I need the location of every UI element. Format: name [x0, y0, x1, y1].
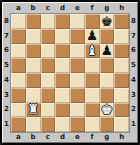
square-f8[interactable] — [85, 14, 100, 29]
file-label: g — [100, 3, 115, 13]
square-b7[interactable] — [26, 29, 41, 44]
piece-black-pawn[interactable]: ♟ — [86, 29, 98, 43]
rank-label: 2 — [3, 103, 10, 118]
square-f7[interactable]: ♟ — [85, 29, 100, 44]
rank-label: 5 — [130, 58, 137, 73]
square-g1[interactable] — [100, 117, 115, 132]
square-d5[interactable] — [55, 58, 70, 73]
square-c3[interactable] — [41, 88, 56, 103]
rank-label: 5 — [3, 58, 10, 73]
rank-label: 6 — [130, 44, 137, 59]
rank-labels-right: 87654321 — [130, 13, 137, 133]
square-d1[interactable] — [55, 117, 70, 132]
rank-label: 4 — [3, 73, 10, 88]
piece-white-bishop[interactable]: ♝ — [86, 44, 98, 58]
square-c5[interactable] — [41, 58, 56, 73]
file-label: c — [41, 3, 56, 13]
square-d4[interactable] — [55, 73, 70, 88]
file-label: g — [100, 133, 115, 142]
square-a6[interactable] — [11, 44, 26, 59]
square-e1[interactable] — [70, 117, 85, 132]
square-b4[interactable] — [26, 73, 41, 88]
square-e6[interactable] — [70, 44, 85, 59]
file-label: a — [11, 3, 26, 13]
square-b2[interactable]: ♜ — [26, 103, 41, 118]
file-labels-top: abcdefgh — [10, 3, 130, 13]
file-label: h — [114, 3, 129, 13]
square-g2[interactable]: ♚ — [100, 103, 115, 118]
square-e5[interactable] — [70, 58, 85, 73]
chessboard-window: abcdefgh 87654321 ♚♟♝♟♜♚ 87654321 abcdef… — [0, 0, 140, 145]
square-c8[interactable] — [41, 14, 56, 29]
rank-label: 2 — [130, 103, 137, 118]
square-g3[interactable] — [100, 88, 115, 103]
rank-label: 6 — [3, 44, 10, 59]
piece-white-king[interactable]: ♚ — [101, 103, 113, 117]
square-h6[interactable] — [114, 44, 129, 59]
rank-label: 3 — [130, 88, 137, 103]
square-g7[interactable] — [100, 29, 115, 44]
file-labels-bottom: abcdefgh — [10, 133, 130, 142]
square-b3[interactable] — [26, 88, 41, 103]
file-label: e — [70, 3, 85, 13]
square-d6[interactable] — [55, 44, 70, 59]
rank-labels-left: 87654321 — [3, 13, 10, 133]
square-e7[interactable] — [70, 29, 85, 44]
rank-label: 1 — [3, 117, 10, 132]
square-a4[interactable] — [11, 73, 26, 88]
rank-label: 7 — [3, 29, 10, 44]
square-e4[interactable] — [70, 73, 85, 88]
square-g8[interactable]: ♚ — [100, 14, 115, 29]
file-label: b — [26, 133, 41, 142]
square-a2[interactable] — [11, 103, 26, 118]
square-e8[interactable] — [70, 14, 85, 29]
rank-label: 7 — [130, 29, 137, 44]
square-h7[interactable] — [114, 29, 129, 44]
square-c1[interactable] — [41, 117, 56, 132]
square-d8[interactable] — [55, 14, 70, 29]
square-b6[interactable] — [26, 44, 41, 59]
square-d7[interactable] — [55, 29, 70, 44]
square-h1[interactable] — [114, 117, 129, 132]
rank-label: 1 — [130, 117, 137, 132]
board-frame: abcdefgh 87654321 ♚♟♝♟♜♚ 87654321 abcdef… — [2, 2, 138, 143]
rank-label: 4 — [130, 73, 137, 88]
square-a1[interactable] — [11, 117, 26, 132]
board: ♚♟♝♟♜♚ — [11, 14, 129, 132]
board-border: ♚♟♝♟♜♚ — [10, 13, 130, 133]
file-label: e — [70, 133, 85, 142]
file-label: d — [55, 3, 70, 13]
square-a8[interactable] — [11, 14, 26, 29]
piece-white-rook[interactable]: ♜ — [27, 103, 39, 117]
square-h4[interactable] — [114, 73, 129, 88]
file-label: b — [26, 3, 41, 13]
square-b5[interactable] — [26, 58, 41, 73]
file-label: f — [85, 3, 100, 13]
rank-label: 8 — [3, 14, 10, 29]
square-c7[interactable] — [41, 29, 56, 44]
file-label: a — [11, 133, 26, 142]
square-g4[interactable] — [100, 73, 115, 88]
square-f2[interactable] — [85, 103, 100, 118]
square-c4[interactable] — [41, 73, 56, 88]
square-f3[interactable] — [85, 88, 100, 103]
square-h5[interactable] — [114, 58, 129, 73]
piece-black-king[interactable]: ♚ — [101, 14, 113, 28]
square-f4[interactable] — [85, 73, 100, 88]
rank-label: 8 — [130, 14, 137, 29]
square-f6[interactable]: ♝ — [85, 44, 100, 59]
square-g6[interactable]: ♟ — [100, 44, 115, 59]
square-a7[interactable] — [11, 29, 26, 44]
file-label: d — [55, 133, 70, 142]
square-e2[interactable] — [70, 103, 85, 118]
square-h2[interactable] — [114, 103, 129, 118]
square-d3[interactable] — [55, 88, 70, 103]
square-h3[interactable] — [114, 88, 129, 103]
square-f5[interactable] — [85, 58, 100, 73]
square-d2[interactable] — [55, 103, 70, 118]
file-label: h — [114, 133, 129, 142]
file-label: f — [85, 133, 100, 142]
square-a5[interactable] — [11, 58, 26, 73]
square-e3[interactable] — [70, 88, 85, 103]
square-h8[interactable] — [114, 14, 129, 29]
square-a3[interactable] — [11, 88, 26, 103]
piece-black-pawn[interactable]: ♟ — [101, 44, 113, 58]
square-g5[interactable] — [100, 58, 115, 73]
rank-label: 3 — [3, 88, 10, 103]
square-b1[interactable] — [26, 117, 41, 132]
file-label: c — [41, 133, 56, 142]
square-c2[interactable] — [41, 103, 56, 118]
square-b8[interactable] — [26, 14, 41, 29]
square-c6[interactable] — [41, 44, 56, 59]
square-f1[interactable] — [85, 117, 100, 132]
